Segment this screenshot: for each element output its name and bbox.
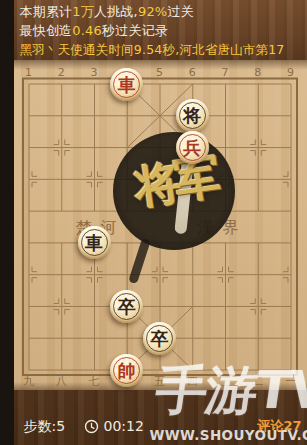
file-label-top: 1 [21,67,37,79]
file-label-top: 9 [283,67,299,79]
record-line: 最快创造0.46秒过关记录 [20,23,169,39]
elapsed-time: 00:12 [104,418,144,434]
piece-glyph: 兵 [183,131,201,164]
file-label-top: 7 [217,67,233,79]
clock-icon [84,419,99,438]
best-player-line: 黑羽丶天使通关时间9.54秒,河北省唐山市第17 [20,42,285,58]
piece-glyph: 卒 [151,322,169,355]
piece-glyph: 将 [183,99,201,132]
header-bar: 本期累计1万人挑战,92%过关 最快创造0.46秒过关记录 黑羽丶天使通关时间9… [14,0,307,60]
piece-soldier-black[interactable]: 卒 [110,290,143,323]
piece-soldier-red[interactable]: 兵 [176,131,209,164]
file-label-top: 3 [86,67,102,79]
file-label-bottom: 七 [86,376,102,388]
piece-glyph: 帥 [118,354,136,387]
watermark-brand: 手游TV [151,360,306,420]
app-logo-watermark: 将军 [113,126,237,254]
file-label-top: 8 [250,67,266,79]
file-label-top: 2 [53,67,69,79]
xiangqi-board[interactable]: 将军 楚河 漢界 123456789九八七六五四三二一車将兵車卒卒帥 [14,60,307,390]
piece-chariot-black[interactable]: 車 [78,226,111,259]
challenge-stats-line: 本期累计1万人挑战,92%过关 [20,4,194,20]
step-counter: 步数:5 [24,418,66,436]
comments-button[interactable]: 评论27 [257,417,301,435]
piece-glyph: 車 [85,226,103,259]
piece-general-black[interactable]: 将 [176,99,209,132]
file-label-top: 5 [152,67,168,79]
screenshot-root: 本期累计1万人挑战,92%过关 最快创造0.46秒过关记录 黑羽丶天使通关时间9… [14,0,307,445]
file-label-bottom: 八 [53,376,69,388]
piece-general-red[interactable]: 帥 [110,354,143,387]
piece-soldier-black[interactable]: 卒 [143,322,176,355]
file-label-bottom: 九 [21,376,37,388]
piece-glyph: 車 [118,68,136,101]
file-label-top: 6 [184,67,200,79]
piece-chariot-red[interactable]: 車 [110,68,143,101]
piece-glyph: 卒 [118,290,136,323]
